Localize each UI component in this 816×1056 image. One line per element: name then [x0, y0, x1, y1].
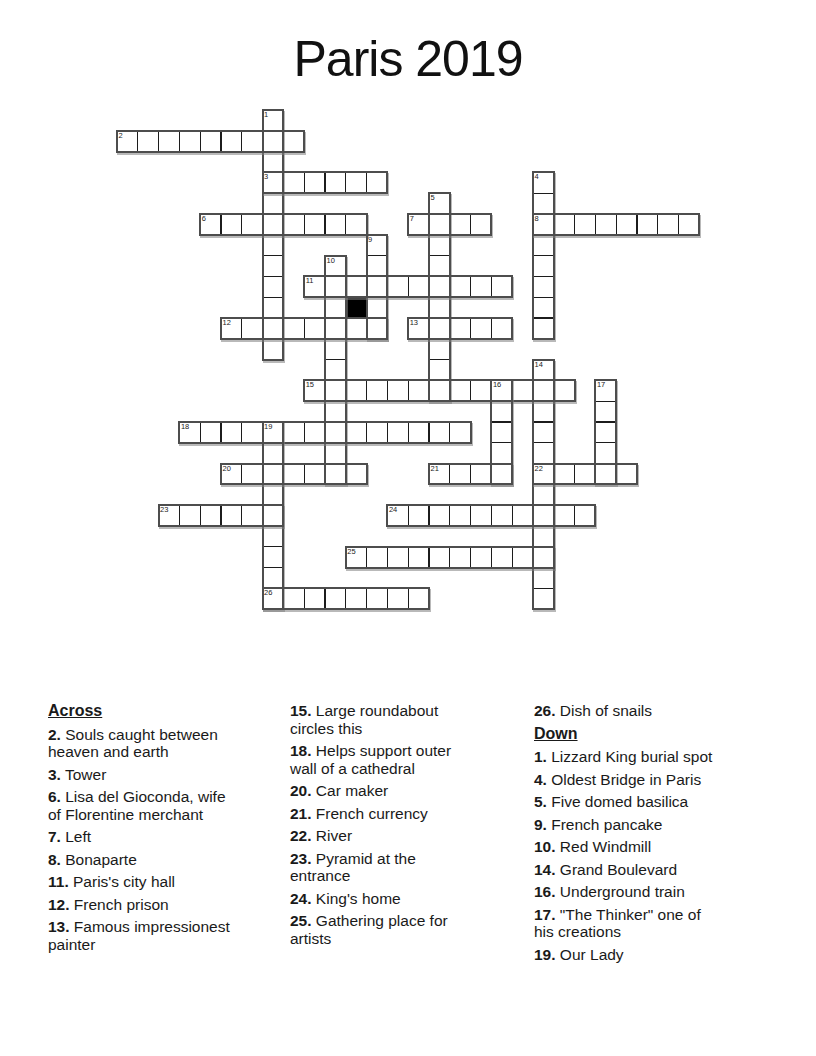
clue-item-10: 10. Red Windmill — [534, 838, 712, 856]
grid-cell[interactable] — [345, 463, 367, 485]
grid-cell[interactable] — [533, 193, 555, 215]
grid-cell[interactable] — [408, 276, 430, 298]
grid-cell[interactable] — [345, 588, 367, 610]
grid-cell[interactable] — [408, 546, 430, 568]
grid-cell[interactable] — [595, 463, 617, 485]
grid-cell[interactable] — [345, 422, 367, 444]
grid-cell[interactable] — [262, 338, 284, 360]
grid-cell[interactable] — [325, 463, 347, 485]
clue-column-1: Across2. Souls caught betweenheaven and … — [48, 702, 230, 958]
grid-cell[interactable] — [595, 442, 617, 464]
cell-number-24: 24 — [389, 506, 397, 514]
grid-cell[interactable] — [200, 505, 222, 527]
grid-cell[interactable] — [429, 214, 451, 236]
clue-item-20: 20. Car maker — [290, 782, 451, 800]
clue-number-label: 21. — [290, 805, 312, 822]
clue-item-12: 12. French prison — [48, 896, 230, 914]
clue-item-4: 4. Oldest Bridge in Paris — [534, 771, 712, 789]
grid-cell[interactable] — [262, 484, 284, 506]
grid-cell[interactable] — [304, 172, 326, 194]
grid-cell[interactable] — [574, 463, 596, 485]
cell-number-12: 12 — [223, 319, 231, 327]
grid-cell[interactable] — [449, 546, 471, 568]
clue-number-label: 2. — [48, 726, 61, 743]
grid-cell[interactable] — [408, 380, 430, 402]
grid-cell[interactable] — [262, 193, 284, 215]
grid-cell[interactable] — [262, 214, 284, 236]
grid-cell[interactable] — [366, 172, 388, 194]
clue-number-label: 23. — [290, 850, 312, 867]
grid-cell[interactable] — [179, 505, 201, 527]
grid-cell[interactable] — [429, 276, 451, 298]
grid-cell[interactable] — [470, 380, 492, 402]
grid-cell[interactable] — [491, 505, 513, 527]
clue-item-18: 18. Helps support outerwall of a cathedr… — [290, 742, 451, 777]
grid-cell[interactable] — [533, 276, 555, 298]
clue-item-21: 21. French currency — [290, 805, 451, 823]
grid-cell[interactable] — [533, 380, 555, 402]
grid-cell[interactable] — [283, 588, 305, 610]
grid-cell[interactable] — [262, 567, 284, 589]
clue-item-11: 11. Paris's city hall — [48, 873, 230, 891]
grid-cell[interactable] — [429, 318, 451, 340]
grid-cell[interactable] — [449, 380, 471, 402]
grid-cell[interactable] — [325, 588, 347, 610]
cell-number-9: 9 — [368, 236, 372, 244]
grid-cell[interactable] — [366, 422, 388, 444]
clue-column-3: 26. Dish of snailsDown1. Lizzard King bu… — [534, 702, 712, 968]
cell-number-5: 5 — [431, 194, 435, 202]
grid-cell[interactable] — [533, 255, 555, 277]
grid-cell[interactable] — [366, 318, 388, 340]
grid-cell[interactable] — [533, 588, 555, 610]
grid-cell[interactable] — [512, 505, 534, 527]
clue-item-24: 24. King's home — [290, 890, 451, 908]
clue-item-16: 16. Underground train — [534, 883, 712, 901]
grid-cell[interactable] — [283, 172, 305, 194]
clue-item-15: 15. Large roundaboutcircles this — [290, 702, 451, 737]
cell-number-10: 10 — [327, 257, 335, 265]
clue-number-label: 12. — [48, 896, 70, 913]
grid-cell[interactable] — [491, 422, 513, 444]
cell-number-21: 21 — [431, 465, 439, 473]
clue-item-17: 17. "The Thinker" one ofhis creations — [534, 906, 712, 941]
grid-cell[interactable] — [470, 463, 492, 485]
grid-cell[interactable] — [283, 318, 305, 340]
clue-item-9: 9. French pancake — [534, 816, 712, 834]
across-header: Across — [48, 702, 230, 720]
grid-cell[interactable] — [325, 359, 347, 381]
clue-item-14: 14. Grand Boulevard — [534, 861, 712, 879]
grid-cell[interactable] — [491, 463, 513, 485]
cell-number-17: 17 — [597, 381, 605, 389]
grid-cell[interactable] — [241, 130, 263, 152]
grid-cell[interactable] — [533, 505, 555, 527]
grid-cell[interactable] — [387, 546, 409, 568]
grid-cell[interactable] — [304, 588, 326, 610]
crossword-page: Paris 2019 12345678910111213141516171819… — [0, 0, 816, 1056]
grid-cell[interactable] — [553, 463, 575, 485]
clue-number-label: 15. — [290, 702, 312, 719]
grid-cell[interactable] — [491, 546, 513, 568]
cell-number-8: 8 — [535, 215, 539, 223]
grid-cell[interactable] — [137, 130, 159, 152]
grid-cell[interactable] — [595, 422, 617, 444]
black-cell — [345, 297, 367, 319]
grid-cell[interactable] — [262, 234, 284, 256]
grid-cell[interactable] — [200, 130, 222, 152]
grid-cell[interactable] — [491, 318, 513, 340]
grid-cell[interactable] — [325, 380, 347, 402]
grid-cell[interactable] — [283, 130, 305, 152]
grid-cell[interactable] — [221, 130, 243, 152]
clue-column-2: 15. Large roundaboutcircles this18. Help… — [290, 702, 451, 952]
grid-cell[interactable] — [262, 255, 284, 277]
grid-cell[interactable] — [221, 505, 243, 527]
grid-cell[interactable] — [616, 214, 638, 236]
clue-number-label: 19. — [534, 946, 556, 963]
grid-cell[interactable] — [678, 214, 700, 236]
grid-cell[interactable] — [449, 422, 471, 444]
cell-number-25: 25 — [347, 548, 355, 556]
grid-cell[interactable] — [304, 318, 326, 340]
cell-number-4: 4 — [535, 173, 539, 181]
grid-cell[interactable] — [533, 546, 555, 568]
grid-cell[interactable] — [262, 546, 284, 568]
grid-cell[interactable] — [366, 546, 388, 568]
grid-cell[interactable] — [262, 130, 284, 152]
clue-number-label: 4. — [534, 771, 547, 788]
grid-cell[interactable] — [553, 505, 575, 527]
grid-cell[interactable] — [262, 318, 284, 340]
grid-cell[interactable] — [429, 255, 451, 277]
down-header: Down — [534, 725, 712, 743]
clue-number-label: 10. — [534, 838, 556, 855]
clue-number-label: 9. — [534, 816, 547, 833]
clue-number-label: 22. — [290, 827, 312, 844]
cell-number-14: 14 — [535, 361, 543, 369]
grid-cell[interactable] — [470, 276, 492, 298]
clue-item-8: 8. Bonaparte — [48, 851, 230, 869]
grid-cell[interactable] — [325, 422, 347, 444]
grid-cell[interactable] — [325, 401, 347, 423]
grid-cell[interactable] — [408, 505, 430, 527]
clue-number-label: 5. — [534, 793, 547, 810]
cell-number-16: 16 — [493, 381, 501, 389]
grid-cell[interactable] — [241, 422, 263, 444]
grid-cell[interactable] — [325, 442, 347, 464]
grid-cell[interactable] — [221, 422, 243, 444]
grid-cell[interactable] — [262, 151, 284, 173]
grid-cell[interactable] — [325, 297, 347, 319]
grid-cell[interactable] — [429, 359, 451, 381]
puzzle-title: Paris 2019 — [0, 30, 816, 88]
cell-number-13: 13 — [410, 319, 418, 327]
grid-cell[interactable] — [345, 380, 367, 402]
clue-number-label: 3. — [48, 766, 61, 783]
clue-item-23: 23. Pyramid at theentrance — [290, 850, 451, 885]
grid-cell[interactable] — [449, 463, 471, 485]
grid-cell[interactable] — [345, 318, 367, 340]
grid-cell[interactable] — [533, 484, 555, 506]
clue-item-13: 13. Famous impressionestpainter — [48, 918, 230, 953]
grid-cell[interactable] — [429, 380, 451, 402]
clue-item-22: 22. River — [290, 827, 451, 845]
cell-number-20: 20 — [223, 465, 231, 473]
grid-cell[interactable] — [533, 318, 555, 340]
grid-cell[interactable] — [283, 422, 305, 444]
cell-number-11: 11 — [306, 277, 314, 285]
grid-cell[interactable] — [533, 422, 555, 444]
cell-number-23: 23 — [160, 506, 168, 514]
clue-item-1: 1. Lizzard King burial spot — [534, 748, 712, 766]
grid-cell[interactable] — [429, 505, 451, 527]
grid-cell[interactable] — [262, 505, 284, 527]
grid-cell[interactable] — [387, 276, 409, 298]
grid-cell[interactable] — [533, 526, 555, 548]
grid-cell[interactable] — [429, 338, 451, 360]
grid-cell[interactable] — [429, 422, 451, 444]
clue-number-label: 7. — [48, 828, 61, 845]
grid-cell[interactable] — [366, 255, 388, 277]
grid-cell[interactable] — [304, 463, 326, 485]
grid-cell[interactable] — [533, 401, 555, 423]
grid-cell[interactable] — [325, 214, 347, 236]
grid-cell[interactable] — [241, 214, 263, 236]
grid-cell[interactable] — [470, 318, 492, 340]
grid-cell[interactable] — [325, 338, 347, 360]
grid-cell[interactable] — [574, 214, 596, 236]
grid-cell[interactable] — [366, 380, 388, 402]
crossword-grid: 1234567891011121314151617181920212223242… — [117, 110, 699, 609]
grid-cell[interactable] — [429, 546, 451, 568]
grid-cell[interactable] — [595, 214, 617, 236]
grid-cell[interactable] — [657, 214, 679, 236]
grid-cell[interactable] — [179, 130, 201, 152]
grid-cell[interactable] — [491, 401, 513, 423]
grid-cell[interactable] — [533, 567, 555, 589]
grid-cell[interactable] — [491, 442, 513, 464]
cell-number-2: 2 — [119, 132, 123, 140]
grid-cell[interactable] — [241, 505, 263, 527]
grid-cell[interactable] — [345, 214, 367, 236]
grid-cell[interactable] — [221, 214, 243, 236]
clue-number-label: 8. — [48, 851, 61, 868]
clue-item-26: 26. Dish of snails — [534, 702, 712, 720]
grid-cell[interactable] — [387, 588, 409, 610]
grid-cell[interactable] — [262, 297, 284, 319]
grid-cell[interactable] — [366, 297, 388, 319]
clue-number-label: 13. — [48, 918, 70, 935]
grid-cell[interactable] — [345, 172, 367, 194]
grid-cell[interactable] — [429, 297, 451, 319]
clue-number-label: 14. — [534, 861, 556, 878]
grid-cell[interactable] — [262, 442, 284, 464]
grid-cell[interactable] — [408, 422, 430, 444]
grid-cell[interactable] — [304, 214, 326, 236]
grid-cell[interactable] — [574, 505, 596, 527]
grid-cell[interactable] — [595, 401, 617, 423]
grid-cell[interactable] — [158, 130, 180, 152]
grid-cell[interactable] — [262, 276, 284, 298]
grid-cell[interactable] — [533, 297, 555, 319]
grid-cell[interactable] — [325, 276, 347, 298]
grid-cell[interactable] — [241, 463, 263, 485]
grid-cell[interactable] — [449, 276, 471, 298]
clue-number-label: 16. — [534, 883, 556, 900]
cell-number-6: 6 — [202, 215, 206, 223]
clue-item-3: 3. Tower — [48, 766, 230, 784]
grid-cell[interactable] — [470, 214, 492, 236]
clue-item-25: 25. Gathering place forartists — [290, 912, 451, 947]
cell-number-26: 26 — [264, 589, 272, 597]
clue-number-label: 20. — [290, 782, 312, 799]
grid-cell[interactable] — [533, 234, 555, 256]
grid-cell[interactable] — [241, 318, 263, 340]
clue-number-label: 25. — [290, 912, 312, 929]
grid-cell[interactable] — [449, 318, 471, 340]
grid-cell[interactable] — [512, 380, 534, 402]
cell-number-3: 3 — [264, 173, 268, 181]
grid-cell[interactable] — [366, 276, 388, 298]
grid-cell[interactable] — [387, 380, 409, 402]
grid-cell[interactable] — [533, 442, 555, 464]
cell-number-7: 7 — [410, 215, 414, 223]
grid-cell[interactable] — [325, 172, 347, 194]
cell-number-15: 15 — [306, 381, 314, 389]
grid-cell[interactable] — [553, 214, 575, 236]
clue-item-6: 6. Lisa del Gioconda, wifeof Florentine … — [48, 788, 230, 823]
grid-cell[interactable] — [304, 422, 326, 444]
grid-cell[interactable] — [449, 505, 471, 527]
grid-cell[interactable] — [283, 463, 305, 485]
grid-cell[interactable] — [408, 588, 430, 610]
grid-cell[interactable] — [429, 234, 451, 256]
clue-number-label: 24. — [290, 890, 312, 907]
cell-number-1: 1 — [264, 111, 268, 119]
grid-cell[interactable] — [491, 276, 513, 298]
clue-number-label: 26. — [534, 702, 556, 719]
clue-number-label: 18. — [290, 742, 312, 759]
clue-number-label: 1. — [534, 748, 547, 765]
cell-number-22: 22 — [535, 465, 543, 473]
grid-cell[interactable] — [470, 546, 492, 568]
grid-cell[interactable] — [325, 318, 347, 340]
grid-cell[interactable] — [512, 546, 534, 568]
clue-number-label: 6. — [48, 788, 61, 805]
grid-cell[interactable] — [345, 276, 367, 298]
clue-item-5: 5. Five domed basilica — [534, 793, 712, 811]
cell-number-18: 18 — [181, 423, 189, 431]
grid-cell[interactable] — [262, 463, 284, 485]
grid-cell[interactable] — [470, 505, 492, 527]
grid-cell[interactable] — [200, 422, 222, 444]
grid-cell[interactable] — [449, 214, 471, 236]
grid-cell[interactable] — [616, 463, 638, 485]
clue-item-19: 19. Our Lady — [534, 946, 712, 964]
clue-item-2: 2. Souls caught betweenheaven and earth — [48, 726, 230, 761]
grid-cell[interactable] — [262, 526, 284, 548]
clue-number-label: 11. — [48, 873, 69, 890]
clue-number-label: 17. — [534, 906, 556, 923]
grid-cell[interactable] — [553, 380, 575, 402]
grid-cell[interactable] — [387, 422, 409, 444]
grid-cell[interactable] — [366, 588, 388, 610]
grid-cell[interactable] — [283, 214, 305, 236]
clue-item-7: 7. Left — [48, 828, 230, 846]
cell-number-19: 19 — [264, 423, 272, 431]
grid-cell[interactable] — [637, 214, 659, 236]
